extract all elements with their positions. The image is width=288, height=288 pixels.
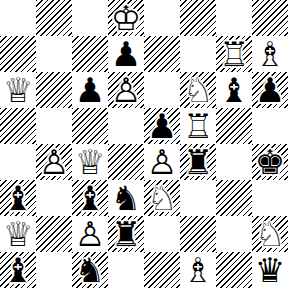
piece-white-bishop-h7[interactable]: ♝♗ <box>252 36 288 72</box>
square-g5[interactable] <box>216 108 252 144</box>
white-pawn-icon: ♟ <box>144 144 180 180</box>
square-e6[interactable] <box>144 72 180 108</box>
white-knight-icon: ♞ <box>180 72 216 108</box>
square-b1[interactable] <box>36 252 72 288</box>
piece-white-knight-h2[interactable]: ♞♘ <box>252 216 288 252</box>
piece-white-knight-e3[interactable]: ♞♘ <box>144 180 180 216</box>
square-a4[interactable] <box>0 144 36 180</box>
piece-outline-glyph: ♙ <box>108 72 144 108</box>
piece-black-pawn-h6[interactable]: ♟ <box>252 72 288 108</box>
white-rook-icon: ♜ <box>216 36 252 72</box>
piece-white-queen-c4[interactable]: ♛♕ <box>72 144 108 180</box>
square-h5[interactable] <box>252 108 288 144</box>
piece-white-rook-g7[interactable]: ♜♖ <box>216 36 252 72</box>
square-f8[interactable] <box>180 0 216 36</box>
white-king-icon: ♚ <box>108 0 144 36</box>
square-g4[interactable] <box>216 144 252 180</box>
chess-board: ♚♔♟♜♖♝♗♛♕♟♟♙♞♘♝♟♟♜♖♟♙♛♕♟♙♜♚♝♝♞♞♘♛♕♟♙♜♞♘♝… <box>0 0 288 288</box>
white-rook-icon: ♜ <box>180 108 216 144</box>
square-h8[interactable] <box>252 0 288 36</box>
piece-white-queen-a6[interactable]: ♛♕ <box>0 72 36 108</box>
square-g3[interactable] <box>216 180 252 216</box>
white-queen-icon: ♛ <box>0 216 36 252</box>
piece-black-rook-f4[interactable]: ♜ <box>180 144 216 180</box>
square-h3[interactable] <box>252 180 288 216</box>
black-rook-icon: ♜ <box>180 144 216 180</box>
white-pawn-icon: ♟ <box>108 72 144 108</box>
square-b6[interactable] <box>36 72 72 108</box>
white-bishop-icon: ♝ <box>252 36 288 72</box>
piece-black-bishop-a1[interactable]: ♝ <box>0 252 36 288</box>
piece-outline-glyph: ♖ <box>216 36 252 72</box>
square-a8[interactable] <box>0 0 36 36</box>
square-b8[interactable] <box>36 0 72 36</box>
black-bishop-icon: ♝ <box>216 72 252 108</box>
white-queen-icon: ♛ <box>72 144 108 180</box>
piece-black-bishop-g6[interactable]: ♝ <box>216 72 252 108</box>
black-king-icon: ♚ <box>252 144 288 180</box>
piece-white-knight-f6[interactable]: ♞♘ <box>180 72 216 108</box>
piece-white-pawn-e4[interactable]: ♟♙ <box>144 144 180 180</box>
square-b5[interactable] <box>36 108 72 144</box>
square-e8[interactable] <box>144 0 180 36</box>
black-rook-icon: ♜ <box>108 216 144 252</box>
piece-black-knight-d3[interactable]: ♞ <box>108 180 144 216</box>
black-pawn-icon: ♟ <box>144 108 180 144</box>
square-g1[interactable] <box>216 252 252 288</box>
piece-black-knight-c1[interactable]: ♞ <box>72 252 108 288</box>
square-d5[interactable] <box>108 108 144 144</box>
black-queen-icon: ♛ <box>252 252 288 288</box>
black-bishop-icon: ♝ <box>0 252 36 288</box>
piece-black-king-h4[interactable]: ♚ <box>252 144 288 180</box>
square-d1[interactable] <box>108 252 144 288</box>
piece-outline-glyph: ♙ <box>36 144 72 180</box>
piece-white-rook-f5[interactable]: ♜♖ <box>180 108 216 144</box>
piece-white-queen-a2[interactable]: ♛♕ <box>0 216 36 252</box>
black-bishop-icon: ♝ <box>72 180 108 216</box>
piece-white-bishop-f1[interactable]: ♝♗ <box>180 252 216 288</box>
piece-white-king-d8[interactable]: ♚♔ <box>108 0 144 36</box>
square-b7[interactable] <box>36 36 72 72</box>
black-pawn-icon: ♟ <box>108 36 144 72</box>
piece-outline-glyph: ♕ <box>0 72 36 108</box>
piece-black-queen-h1[interactable]: ♛ <box>252 252 288 288</box>
square-g8[interactable] <box>216 0 252 36</box>
piece-outline-glyph: ♘ <box>144 180 180 216</box>
black-pawn-icon: ♟ <box>252 72 288 108</box>
square-g2[interactable] <box>216 216 252 252</box>
black-knight-icon: ♞ <box>108 180 144 216</box>
white-pawn-icon: ♟ <box>36 144 72 180</box>
piece-black-pawn-c6[interactable]: ♟ <box>72 72 108 108</box>
square-e2[interactable] <box>144 216 180 252</box>
piece-outline-glyph: ♖ <box>180 108 216 144</box>
square-e1[interactable] <box>144 252 180 288</box>
piece-white-pawn-d6[interactable]: ♟♙ <box>108 72 144 108</box>
square-b2[interactable] <box>36 216 72 252</box>
piece-outline-glyph: ♙ <box>144 144 180 180</box>
piece-black-pawn-d7[interactable]: ♟ <box>108 36 144 72</box>
white-knight-icon: ♞ <box>252 216 288 252</box>
piece-outline-glyph: ♙ <box>72 216 108 252</box>
square-c7[interactable] <box>72 36 108 72</box>
piece-outline-glyph: ♕ <box>0 216 36 252</box>
white-bishop-icon: ♝ <box>180 252 216 288</box>
square-f7[interactable] <box>180 36 216 72</box>
square-d4[interactable] <box>108 144 144 180</box>
piece-white-pawn-c2[interactable]: ♟♙ <box>72 216 108 252</box>
white-queen-icon: ♛ <box>0 72 36 108</box>
black-knight-icon: ♞ <box>72 252 108 288</box>
black-pawn-icon: ♟ <box>72 72 108 108</box>
piece-black-rook-d2[interactable]: ♜ <box>108 216 144 252</box>
piece-black-bishop-a3[interactable]: ♝ <box>0 180 36 216</box>
piece-outline-glyph: ♔ <box>108 0 144 36</box>
piece-outline-glyph: ♗ <box>180 252 216 288</box>
square-f3[interactable] <box>180 180 216 216</box>
square-c5[interactable] <box>72 108 108 144</box>
square-c8[interactable] <box>72 0 108 36</box>
square-b3[interactable] <box>36 180 72 216</box>
piece-white-pawn-b4[interactable]: ♟♙ <box>36 144 72 180</box>
piece-outline-glyph: ♕ <box>72 144 108 180</box>
piece-black-bishop-c3[interactable]: ♝ <box>72 180 108 216</box>
square-a5[interactable] <box>0 108 36 144</box>
piece-outline-glyph: ♘ <box>252 216 288 252</box>
square-a7[interactable] <box>0 36 36 72</box>
piece-black-pawn-e5[interactable]: ♟ <box>144 108 180 144</box>
white-knight-icon: ♞ <box>144 180 180 216</box>
square-f2[interactable] <box>180 216 216 252</box>
piece-outline-glyph: ♗ <box>252 36 288 72</box>
white-pawn-icon: ♟ <box>72 216 108 252</box>
square-e7[interactable] <box>144 36 180 72</box>
black-bishop-icon: ♝ <box>0 180 36 216</box>
piece-outline-glyph: ♘ <box>180 72 216 108</box>
